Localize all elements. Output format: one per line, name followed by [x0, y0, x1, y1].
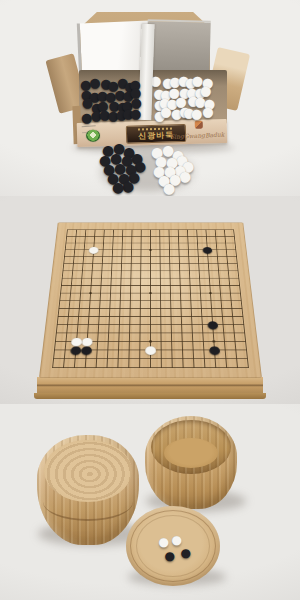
go-stone-black-Q3: ● [208, 346, 220, 355]
go-stone-black-Q16: ● [201, 246, 212, 253]
lid-dish: ●●●● [126, 506, 220, 586]
bowl-floor [164, 438, 218, 468]
star-point [149, 340, 152, 342]
bowl-open-empty [145, 416, 237, 509]
bowl-cavity [151, 420, 231, 474]
star-point [89, 292, 92, 294]
go-board: ●●●●●●●●● [39, 222, 262, 378]
stone-white: ● [202, 105, 213, 118]
star-point [212, 340, 215, 342]
photo-go-board: ●●●●●●●●● [0, 196, 300, 404]
star-point [149, 292, 152, 294]
maker-logo-icon [195, 121, 203, 129]
stone-black: ● [112, 180, 124, 194]
green-logo-icon [86, 129, 100, 141]
stone-white: ● [163, 181, 175, 195]
box-front-label: 신광바둑 SingGwangBaduk [77, 119, 228, 147]
board-perspective-wrap: ●●●●●●●●● [39, 222, 262, 378]
photo-stone-box: ●●●●●●●●●●●●●●●●●●●●●●●●●●●● ●●●●●●●●●●●… [0, 0, 300, 196]
star-point [149, 249, 152, 251]
black-stones-compartment: ●●●●●●●●●●●●●●●●●●●●●●●●●●●● [82, 77, 142, 121]
photo-bowls: ●●●● [0, 404, 300, 600]
go-stone-white-D16: ● [88, 246, 99, 253]
go-set-product-collage: ●●●●●●●●●●●●●●●●●●●●●●●●●●●● ●●●●●●●●●●●… [0, 0, 300, 600]
plaque-title: 신광바둑 [138, 130, 174, 140]
go-stone-white-K3: ● [144, 346, 156, 355]
star-point [208, 292, 211, 294]
bowl-lid-seam [43, 483, 133, 521]
bowl-with-lid [37, 435, 139, 545]
stone-black: ● [165, 550, 175, 562]
board-side-edge [37, 377, 263, 393]
board-base-edge [34, 393, 266, 399]
stone-black: ● [130, 107, 141, 120]
stone-white: ● [160, 105, 171, 118]
stone-black: ● [181, 547, 191, 559]
board-grid: ●●●●●●●●● [46, 227, 254, 373]
stone-white: ● [159, 536, 169, 548]
stone-white: ● [172, 534, 182, 546]
go-stone-black-Q6: ● [206, 321, 218, 329]
stone-white: ● [191, 107, 202, 120]
go-stone-white-C4: ● [70, 337, 82, 346]
white-stones-compartment: ●●●●●●●●●●●●●●●●●●●●●●●●●●●● [152, 75, 212, 117]
brand-script-text: SingGwangBaduk [170, 131, 225, 140]
